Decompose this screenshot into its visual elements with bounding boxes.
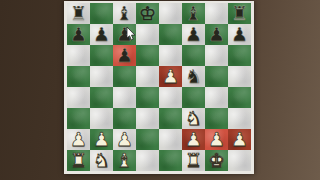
square-d1[interactable]: [136, 150, 159, 171]
square-d2[interactable]: [136, 129, 159, 150]
black-pawn-g7[interactable]: ♟: [208, 24, 225, 45]
square-h8[interactable]: ♜: [228, 3, 251, 24]
black-knight-f5[interactable]: ♞: [185, 66, 202, 87]
square-d5[interactable]: [136, 66, 159, 87]
black-pawn-b7[interactable]: ♟: [93, 24, 110, 45]
square-d3[interactable]: [136, 108, 159, 129]
square-e4[interactable]: [159, 87, 182, 108]
white-knight-f3[interactable]: ♞: [185, 108, 202, 129]
square-b4[interactable]: [90, 87, 113, 108]
square-c1[interactable]: ♝: [113, 150, 136, 171]
square-b6[interactable]: [90, 45, 113, 66]
square-g1[interactable]: ♚: [205, 150, 228, 171]
black-king-d8[interactable]: ♔: [139, 3, 156, 24]
square-d4[interactable]: [136, 87, 159, 108]
square-e5[interactable]: ♟: [159, 66, 182, 87]
square-a5[interactable]: [67, 66, 90, 87]
black-bishop-f8[interactable]: ♝: [185, 3, 202, 24]
square-b2[interactable]: ♟: [90, 129, 113, 150]
black-pawn-c6[interactable]: ♟: [116, 45, 133, 66]
chess-board-frame: ♜♝♔♝♜♟♟♟♟♟♟♟♟♞♞♟♟♟♟♟♟♜♞♝♜♚: [64, 1, 254, 174]
square-f1[interactable]: ♜: [182, 150, 205, 171]
square-f7[interactable]: ♟: [182, 24, 205, 45]
square-c5[interactable]: [113, 66, 136, 87]
square-h3[interactable]: [228, 108, 251, 129]
square-e3[interactable]: [159, 108, 182, 129]
white-knight-b1[interactable]: ♞: [93, 150, 110, 171]
square-a8[interactable]: ♜: [67, 3, 90, 24]
square-b3[interactable]: [90, 108, 113, 129]
white-rook-f1[interactable]: ♜: [185, 150, 202, 171]
white-pawn-g2[interactable]: ♟: [208, 129, 225, 150]
square-f2[interactable]: ♟: [182, 129, 205, 150]
square-b8[interactable]: [90, 3, 113, 24]
white-pawn-e5[interactable]: ♟: [162, 66, 179, 87]
square-a6[interactable]: [67, 45, 90, 66]
square-f4[interactable]: [182, 87, 205, 108]
square-c3[interactable]: [113, 108, 136, 129]
white-rook-a1[interactable]: ♜: [70, 150, 87, 171]
white-pawn-h2[interactable]: ♟: [231, 129, 248, 150]
square-a7[interactable]: ♟: [67, 24, 90, 45]
square-b7[interactable]: ♟: [90, 24, 113, 45]
square-c6[interactable]: ♟: [113, 45, 136, 66]
square-a2[interactable]: ♟: [67, 129, 90, 150]
white-pawn-a2[interactable]: ♟: [70, 129, 87, 150]
square-g3[interactable]: [205, 108, 228, 129]
square-a3[interactable]: [67, 108, 90, 129]
black-pawn-a7[interactable]: ♟: [70, 24, 87, 45]
white-king-g1[interactable]: ♚: [208, 150, 225, 171]
white-pawn-c2[interactable]: ♟: [116, 129, 133, 150]
square-e7[interactable]: [159, 24, 182, 45]
square-e1[interactable]: [159, 150, 182, 171]
square-h7[interactable]: ♟: [228, 24, 251, 45]
square-d8[interactable]: ♔: [136, 3, 159, 24]
square-e8[interactable]: [159, 3, 182, 24]
square-h4[interactable]: [228, 87, 251, 108]
square-g8[interactable]: [205, 3, 228, 24]
square-h6[interactable]: [228, 45, 251, 66]
square-d6[interactable]: [136, 45, 159, 66]
black-rook-a8[interactable]: ♜: [70, 3, 87, 24]
white-pawn-b2[interactable]: ♟: [93, 129, 110, 150]
square-b1[interactable]: ♞: [90, 150, 113, 171]
square-a1[interactable]: ♜: [67, 150, 90, 171]
square-c2[interactable]: ♟: [113, 129, 136, 150]
white-bishop-c1[interactable]: ♝: [116, 150, 133, 171]
square-e2[interactable]: [159, 129, 182, 150]
black-bishop-c8[interactable]: ♝: [116, 3, 133, 24]
square-g7[interactable]: ♟: [205, 24, 228, 45]
white-pawn-f2[interactable]: ♟: [185, 129, 202, 150]
square-b5[interactable]: [90, 66, 113, 87]
square-g4[interactable]: [205, 87, 228, 108]
square-c4[interactable]: [113, 87, 136, 108]
chess-board: ♜♝♔♝♜♟♟♟♟♟♟♟♟♞♞♟♟♟♟♟♟♜♞♝♜♚: [67, 3, 251, 171]
black-pawn-h7[interactable]: ♟: [231, 24, 248, 45]
square-h5[interactable]: [228, 66, 251, 87]
square-g5[interactable]: [205, 66, 228, 87]
square-h2[interactable]: ♟: [228, 129, 251, 150]
black-rook-h8[interactable]: ♜: [231, 3, 248, 24]
square-e6[interactable]: [159, 45, 182, 66]
square-g2[interactable]: ♟: [205, 129, 228, 150]
square-a4[interactable]: [67, 87, 90, 108]
video-frame-background: ♜♝♔♝♜♟♟♟♟♟♟♟♟♞♞♟♟♟♟♟♟♜♞♝♜♚: [0, 0, 320, 180]
square-f5[interactable]: ♞: [182, 66, 205, 87]
square-f8[interactable]: ♝: [182, 3, 205, 24]
square-h1[interactable]: [228, 150, 251, 171]
square-g6[interactable]: [205, 45, 228, 66]
square-f3[interactable]: ♞: [182, 108, 205, 129]
square-c8[interactable]: ♝: [113, 3, 136, 24]
mouse-cursor-icon: [126, 27, 137, 41]
square-d7[interactable]: [136, 24, 159, 45]
square-f6[interactable]: [182, 45, 205, 66]
black-pawn-f7[interactable]: ♟: [185, 24, 202, 45]
